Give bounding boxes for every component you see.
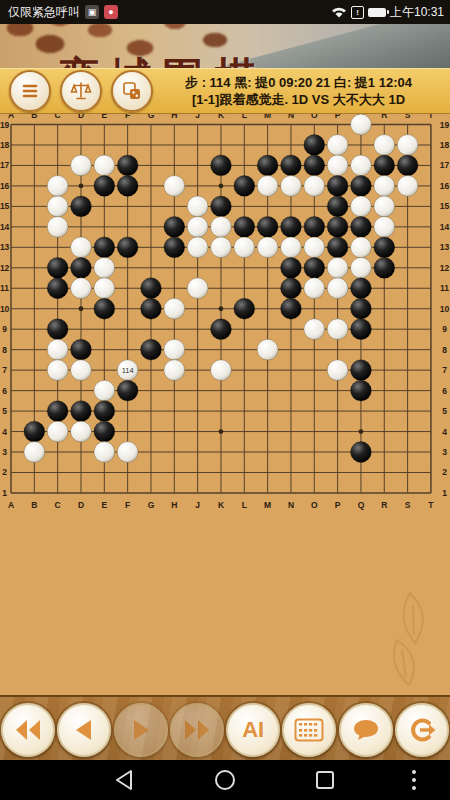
score-count-button[interactable] xyxy=(282,703,336,757)
white-stone-M16 xyxy=(257,176,278,197)
svg-text:8: 8 xyxy=(442,345,447,355)
black-stone-D8 xyxy=(71,339,92,360)
white-stone-C4 xyxy=(47,421,68,442)
svg-text:17: 17 xyxy=(0,160,10,170)
svg-text:17: 17 xyxy=(440,160,450,170)
white-stone-D17 xyxy=(71,155,92,176)
svg-text:1: 1 xyxy=(442,488,447,498)
black-stone-L14 xyxy=(234,216,255,237)
svg-text:D: D xyxy=(78,500,84,510)
svg-text:6: 6 xyxy=(442,386,447,396)
svg-text:11: 11 xyxy=(440,283,449,293)
white-stone-P7 xyxy=(327,360,348,381)
white-stone-H7 xyxy=(164,360,185,381)
overflow-dots-icon[interactable] xyxy=(402,768,426,792)
carrier-text: 仅限紧急呼叫 xyxy=(8,4,80,21)
menu-button[interactable] xyxy=(9,70,51,112)
svg-text:19: 19 xyxy=(0,120,10,130)
black-stone-H13 xyxy=(164,237,185,258)
black-stone-P16 xyxy=(327,176,348,197)
recents-square-icon[interactable] xyxy=(313,768,337,792)
back-triangle-icon[interactable] xyxy=(113,768,137,792)
black-stone-F16 xyxy=(117,176,138,197)
home-circle-icon[interactable] xyxy=(213,768,237,792)
white-stone-S16 xyxy=(397,176,418,197)
android-nav-bar xyxy=(0,760,450,800)
black-stone-R13 xyxy=(374,237,395,258)
white-stone-Q17 xyxy=(351,155,372,176)
svg-text:7: 7 xyxy=(442,365,447,375)
white-stone-R16 xyxy=(374,176,395,197)
wifi-icon xyxy=(331,6,347,18)
leaf-watermark-icon xyxy=(375,585,445,695)
svg-text:E: E xyxy=(101,500,107,510)
black-stone-K15 xyxy=(211,196,232,217)
ai-button[interactable]: AI xyxy=(226,703,280,757)
white-stone-P11 xyxy=(327,278,348,299)
clock-text: 上午10:31 xyxy=(390,4,444,21)
black-stone-R12 xyxy=(374,257,395,278)
svg-text:13: 13 xyxy=(0,242,10,252)
white-stone-B3 xyxy=(24,442,45,463)
white-stone-H16 xyxy=(164,176,185,197)
white-stone-D11 xyxy=(71,278,92,299)
white-stone-F3 xyxy=(117,442,138,463)
black-stone-C5 xyxy=(47,401,68,422)
black-stone-L10 xyxy=(234,298,255,319)
svg-text:3: 3 xyxy=(442,447,447,457)
black-stone-E16 xyxy=(94,176,115,197)
svg-text:8: 8 xyxy=(2,345,7,355)
sim-alert-icon: ! xyxy=(351,6,364,19)
black-stone-E13 xyxy=(94,237,115,258)
svg-text:18: 18 xyxy=(440,140,450,150)
white-stone-E3 xyxy=(94,442,115,463)
svg-text:14: 14 xyxy=(440,222,450,232)
svg-text:J: J xyxy=(195,500,200,510)
battery-icon xyxy=(368,8,386,17)
svg-text:A: A xyxy=(8,500,14,510)
black-stone-H14 xyxy=(164,216,185,237)
svg-text:16: 16 xyxy=(440,181,450,191)
last-move-number-label: 114 xyxy=(122,366,134,375)
judge-button[interactable] xyxy=(60,70,102,112)
black-stone-S17 xyxy=(397,155,418,176)
white-stone-C15 xyxy=(47,196,68,217)
black-stone-F17 xyxy=(117,155,138,176)
black-stone-P14 xyxy=(327,216,348,237)
svg-text:M: M xyxy=(264,500,271,510)
svg-text:4: 4 xyxy=(2,427,7,437)
black-stone-F6 xyxy=(117,380,138,401)
svg-text:H: H xyxy=(171,500,177,510)
white-stone-R14 xyxy=(374,216,395,237)
svg-text:18: 18 xyxy=(0,140,10,150)
svg-text:G: G xyxy=(148,500,155,510)
white-stone-C7 xyxy=(47,360,68,381)
black-stone-Q6 xyxy=(351,380,372,401)
white-stone-P12 xyxy=(327,257,348,278)
black-stone-O12 xyxy=(304,257,325,278)
black-stone-O17 xyxy=(304,155,325,176)
step-back-button[interactable] xyxy=(57,703,111,757)
black-stone-N11 xyxy=(281,278,302,299)
svg-text:O: O xyxy=(311,500,318,510)
white-stone-Q13 xyxy=(351,237,372,258)
move-info-line: 步 : 114 黑: 提0 09:20 21 白: 提1 12:04 xyxy=(153,74,444,91)
right-arrow-icon xyxy=(130,718,152,742)
fast-forward-button[interactable] xyxy=(170,703,224,757)
svg-text:5: 5 xyxy=(2,406,7,416)
black-stone-O14 xyxy=(304,216,325,237)
black-stone-G11 xyxy=(141,278,162,299)
decorative-header-painting: 弈城围棋 xyxy=(0,24,450,68)
white-stone-L13 xyxy=(234,237,255,258)
white-stone-K13 xyxy=(211,237,232,258)
black-stone-N17 xyxy=(281,155,302,176)
white-stone-R18 xyxy=(374,135,395,156)
svg-text:F: F xyxy=(125,500,130,510)
svg-text:3: 3 xyxy=(2,447,7,457)
svg-text:16: 16 xyxy=(0,181,10,191)
svg-text:C: C xyxy=(55,500,61,510)
white-stone-J11 xyxy=(187,278,208,299)
white-stone-O13 xyxy=(304,237,325,258)
svg-text:14: 14 xyxy=(0,222,10,232)
black-stone-E10 xyxy=(94,298,115,319)
pass-exit-button[interactable] xyxy=(395,703,449,757)
svg-text:5: 5 xyxy=(442,406,447,416)
black-stone-Q14 xyxy=(351,216,372,237)
left-arrow-icon xyxy=(73,718,95,742)
black-stone-K9 xyxy=(211,319,232,340)
svg-text:12: 12 xyxy=(440,263,450,273)
white-stone-S18 xyxy=(397,135,418,156)
white-stone-D4 xyxy=(71,421,92,442)
white-stone-K14 xyxy=(211,216,232,237)
svg-text:12: 12 xyxy=(0,263,10,273)
white-stone-N16 xyxy=(281,176,302,197)
black-stone-Q9 xyxy=(351,319,372,340)
black-stone-E4 xyxy=(94,421,115,442)
white-stone-P18 xyxy=(327,135,348,156)
circular-exit-arrow-icon xyxy=(408,717,436,743)
notification-red-app-icon: ● xyxy=(104,5,118,19)
black-stone-R17 xyxy=(374,155,395,176)
svg-text:1: 1 xyxy=(2,488,7,498)
svg-text:11: 11 xyxy=(0,283,9,293)
svg-text:2: 2 xyxy=(442,467,447,477)
black-stone-D15 xyxy=(71,196,92,217)
white-stone-D13 xyxy=(71,237,92,258)
black-stone-G10 xyxy=(141,298,162,319)
white-stone-C8 xyxy=(47,339,68,360)
go-board-svg[interactable]: AABBCCDDEEFFGGHHJJKKLLMMNNOOPPQQRRSSTT19… xyxy=(0,110,450,512)
black-stone-G8 xyxy=(141,339,162,360)
svg-text:N: N xyxy=(288,500,294,510)
white-stone-Q12 xyxy=(351,257,372,278)
black-stone-N12 xyxy=(281,257,302,278)
white-stone-E6 xyxy=(94,380,115,401)
svg-text:9: 9 xyxy=(442,324,447,334)
ai-label: AI xyxy=(242,717,264,743)
black-stone-Q16 xyxy=(351,176,372,197)
black-stone-L16 xyxy=(234,176,255,197)
go-board[interactable]: AABBCCDDEEFFGGHHJJKKLLMMNNOOPPQQRRSSTT19… xyxy=(0,110,450,512)
svg-text:T: T xyxy=(428,500,434,510)
white-stone-P17 xyxy=(327,155,348,176)
white-stone-J15 xyxy=(187,196,208,217)
white-stone-R15 xyxy=(374,196,395,217)
black-stone-F13 xyxy=(117,237,138,258)
black-stone-N14 xyxy=(281,216,302,237)
svg-text:9: 9 xyxy=(2,324,7,334)
svg-text:10: 10 xyxy=(440,304,450,314)
white-stone-Q19 xyxy=(351,114,372,135)
svg-text:6: 6 xyxy=(2,386,7,396)
svg-text:10: 10 xyxy=(0,304,10,314)
svg-text:B: B xyxy=(31,500,37,510)
black-stone-N10 xyxy=(281,298,302,319)
white-stone-E12 xyxy=(94,257,115,278)
status-bar: 仅限紧急呼叫 ▣ ● ! 上午10:31 xyxy=(0,0,450,24)
svg-text:2: 2 xyxy=(2,467,7,477)
black-stone-C11 xyxy=(47,278,68,299)
white-stone-D7 xyxy=(71,360,92,381)
svg-text:P: P xyxy=(335,500,341,510)
black-stone-D5 xyxy=(71,401,92,422)
black-stone-K17 xyxy=(211,155,232,176)
rewind-to-start-button[interactable] xyxy=(1,703,55,757)
svg-text:L: L xyxy=(242,500,247,510)
white-stone-J13 xyxy=(187,237,208,258)
black-stone-P13 xyxy=(327,237,348,258)
white-stone-J14 xyxy=(187,216,208,237)
svg-text:Q: Q xyxy=(358,500,365,510)
chat-button[interactable] xyxy=(339,703,393,757)
black-stone-Q11 xyxy=(351,278,372,299)
dice-tiles-icon xyxy=(121,80,143,102)
white-stone-O9 xyxy=(304,319,325,340)
svg-text:R: R xyxy=(381,500,387,510)
white-stone-O16 xyxy=(304,176,325,197)
white-stone-N13 xyxy=(281,237,302,258)
notification-app-icon: ▣ xyxy=(85,5,99,19)
white-stone-H8 xyxy=(164,339,185,360)
double-right-arrow-icon xyxy=(183,718,211,742)
app-title: 弈城围棋 xyxy=(58,50,266,68)
svg-text:15: 15 xyxy=(0,201,10,211)
scales-icon xyxy=(70,80,92,102)
black-stone-P15 xyxy=(327,196,348,217)
black-stone-M17 xyxy=(257,155,278,176)
black-stone-Q7 xyxy=(351,360,372,381)
black-stone-B4 xyxy=(24,421,45,442)
toolbar: AI xyxy=(0,695,450,762)
black-stone-Q3 xyxy=(351,442,372,463)
go-app-screen: 仅限紧急呼叫 ▣ ● ! 上午10:31 弈城围棋 xyxy=(0,0,450,800)
white-stone-K7 xyxy=(211,360,232,381)
white-stone-E11 xyxy=(94,278,115,299)
black-stone-O18 xyxy=(304,135,325,156)
black-stone-Q10 xyxy=(351,298,372,319)
svg-text:K: K xyxy=(218,500,225,510)
white-stone-O11 xyxy=(304,278,325,299)
speech-bubble-icon xyxy=(352,718,380,742)
white-stone-C14 xyxy=(47,216,68,237)
white-stone-Q15 xyxy=(351,196,372,217)
svg-text:S: S xyxy=(405,500,411,510)
svg-text:15: 15 xyxy=(440,201,450,211)
white-stone-M8 xyxy=(257,339,278,360)
black-stone-D12 xyxy=(71,257,92,278)
hamburger-icon xyxy=(20,81,40,101)
white-stone-C16 xyxy=(47,176,68,197)
double-left-arrow-icon xyxy=(14,718,42,742)
black-stone-C9 xyxy=(47,319,68,340)
black-stone-E5 xyxy=(94,401,115,422)
white-stone-H10 xyxy=(164,298,185,319)
white-stone-P9 xyxy=(327,319,348,340)
black-stone-M14 xyxy=(257,216,278,237)
tiles-button[interactable] xyxy=(111,70,153,112)
match-info-line: [1-1]跟着感觉走. 1D VS 大不大大 1D xyxy=(153,91,444,108)
info-bar: 步 : 114 黑: 提0 09:20 21 白: 提1 12:04 [1-1]… xyxy=(0,68,450,114)
white-stone-E17 xyxy=(94,155,115,176)
abacus-icon xyxy=(294,718,324,742)
svg-text:7: 7 xyxy=(2,365,7,375)
svg-text:19: 19 xyxy=(440,120,450,130)
svg-text:13: 13 xyxy=(440,242,450,252)
step-forward-button[interactable] xyxy=(114,703,168,757)
white-stone-M13 xyxy=(257,237,278,258)
black-stone-C12 xyxy=(47,257,68,278)
svg-text:4: 4 xyxy=(442,427,447,437)
